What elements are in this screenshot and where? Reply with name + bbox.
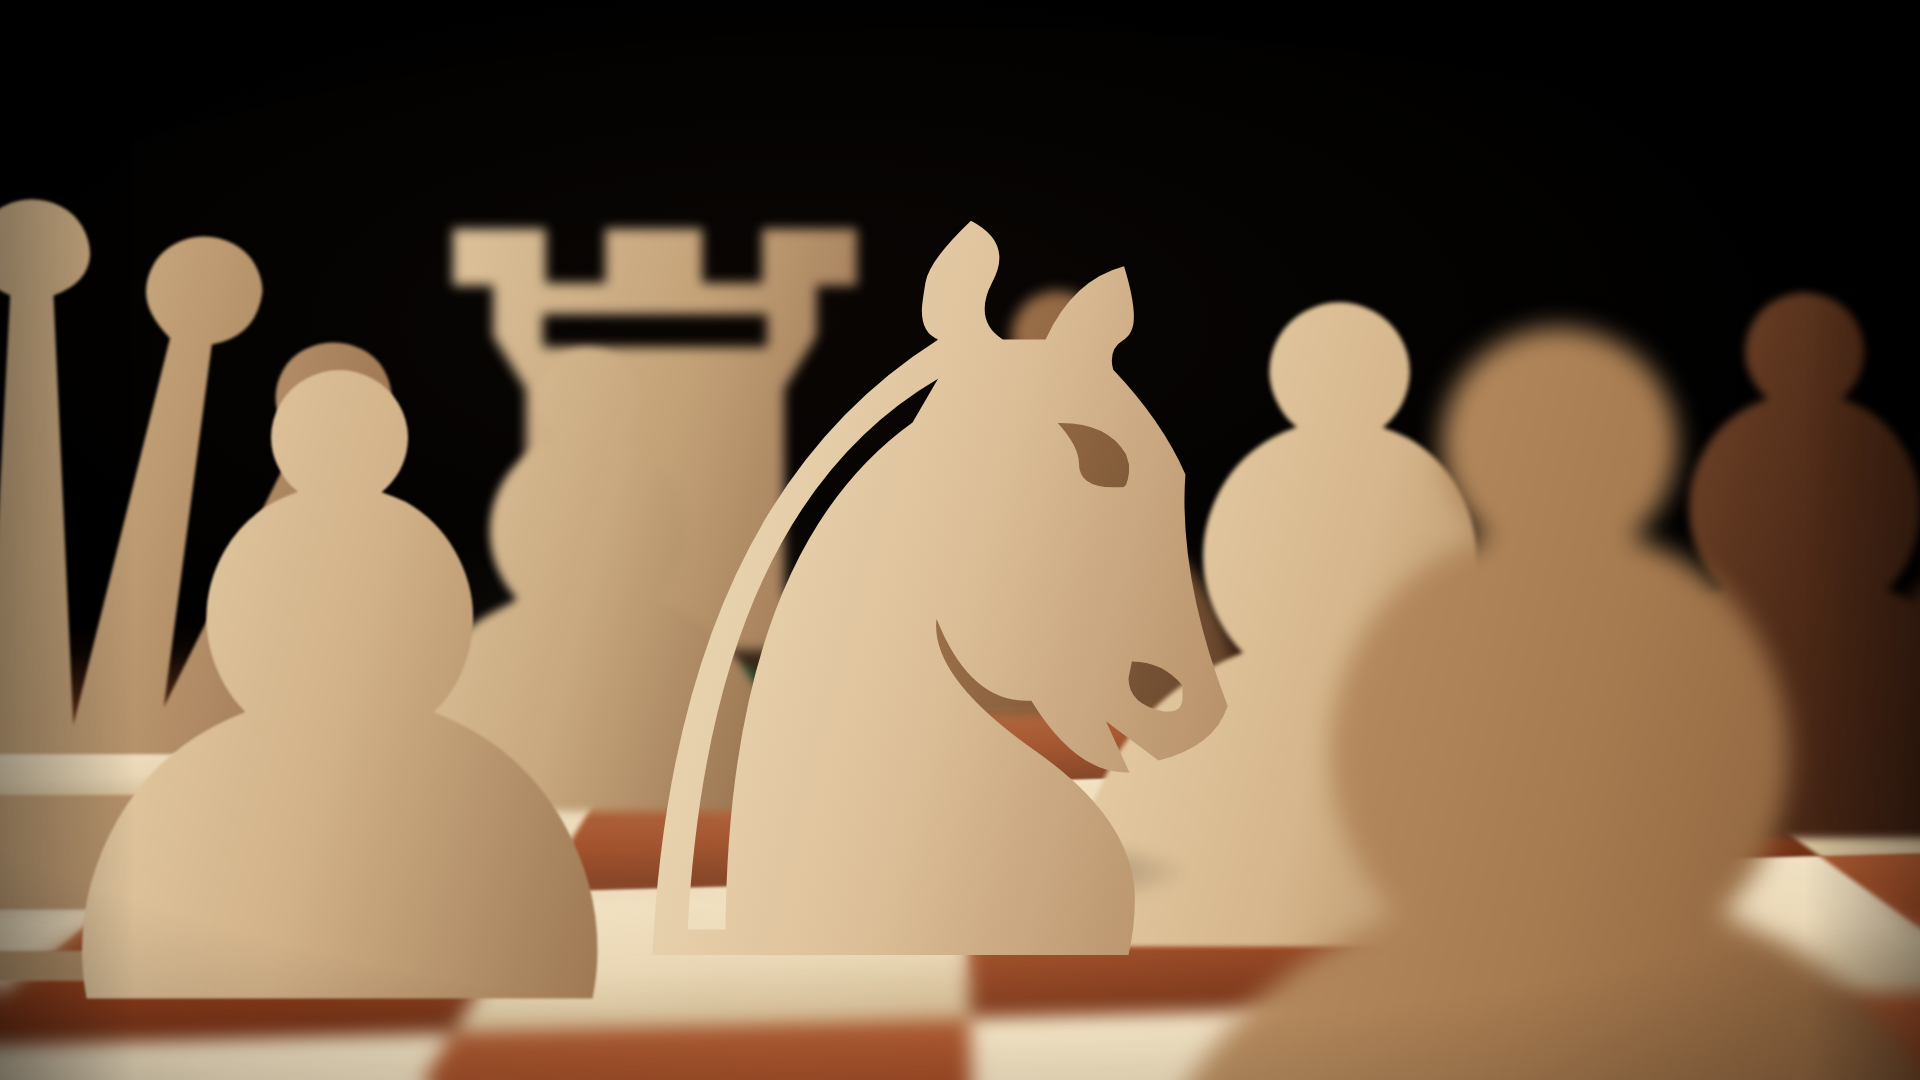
- white-pawn-icon: ♟: [898, 156, 1920, 1080]
- chess-photo-scene: ♛♟♟♜♞♟♟♟♟♟: [0, 0, 1920, 1080]
- white-pawn[interactable]: ♟: [1171, 465, 1920, 1080]
- pieces-layer: ♛♟♟♜♞♟♟♟♟♟: [0, 0, 1920, 1080]
